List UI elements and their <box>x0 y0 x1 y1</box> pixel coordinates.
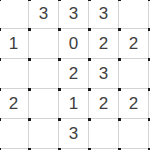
cell-r3c2[interactable]: 1 <box>59 89 88 118</box>
lattice-dot <box>118 28 121 31</box>
lattice-dot <box>28 118 31 121</box>
lattice-dot <box>118 58 121 61</box>
lattice-dot <box>118 148 121 150</box>
cell-r3c0[interactable]: 2 <box>0 89 28 118</box>
clue-number: 2 <box>9 95 18 112</box>
lattice-dot <box>0 0 1 1</box>
slitherlink-board: 33310222321223 <box>0 0 149 149</box>
clue-number: 1 <box>9 35 18 52</box>
lattice-dot <box>118 88 121 91</box>
clue-number: 3 <box>69 125 78 142</box>
cell-r4c4[interactable] <box>119 119 148 148</box>
cell-r0c2[interactable]: 3 <box>59 0 88 28</box>
cell-r4c1[interactable] <box>29 119 58 148</box>
lattice-dot <box>58 28 61 31</box>
cell-r3c4[interactable]: 2 <box>119 89 148 118</box>
lattice-dot <box>88 28 91 31</box>
lattice-dot <box>58 0 61 1</box>
cell-r2c3[interactable]: 3 <box>89 59 118 88</box>
lattice-dot <box>118 118 121 121</box>
clue-number: 2 <box>99 35 108 52</box>
lattice-dot <box>58 88 61 91</box>
clue-number: 3 <box>69 5 78 22</box>
cell-r2c1[interactable] <box>29 59 58 88</box>
cell-r1c4[interactable]: 2 <box>119 29 148 58</box>
cell-r0c4[interactable] <box>119 0 148 28</box>
clue-number: 3 <box>99 5 108 22</box>
clue-number: 2 <box>99 95 108 112</box>
lattice-dot <box>148 28 150 31</box>
lattice-dot <box>28 148 31 150</box>
cell-r4c0[interactable] <box>0 119 28 148</box>
lattice-dot <box>148 148 150 150</box>
lattice-dot <box>148 118 150 121</box>
cell-r4c3[interactable] <box>89 119 118 148</box>
clue-number: 0 <box>69 35 78 52</box>
clue-number: 3 <box>99 65 108 82</box>
cell-r0c1[interactable]: 3 <box>29 0 58 28</box>
lattice-dot <box>88 58 91 61</box>
lattice-dot <box>118 0 121 1</box>
cell-r2c2[interactable]: 2 <box>59 59 88 88</box>
lattice-dot <box>0 118 1 121</box>
cell-r3c1[interactable] <box>29 89 58 118</box>
cell-r1c1[interactable] <box>29 29 58 58</box>
cell-r1c3[interactable]: 2 <box>89 29 118 58</box>
lattice-dot <box>88 0 91 1</box>
lattice-dot <box>148 0 150 1</box>
cell-r1c0[interactable]: 1 <box>0 29 28 58</box>
lattice-dot <box>0 88 1 91</box>
lattice-dot <box>28 0 31 1</box>
lattice-dot <box>148 88 150 91</box>
lattice-dot <box>58 58 61 61</box>
clue-number: 3 <box>39 5 48 22</box>
lattice-dot <box>58 118 61 121</box>
cell-r1c2[interactable]: 0 <box>59 29 88 58</box>
cell-r2c4[interactable] <box>119 59 148 88</box>
cell-r0c0[interactable] <box>0 0 28 28</box>
lattice-dot <box>0 148 1 150</box>
clue-number: 2 <box>129 95 138 112</box>
lattice-dot <box>148 58 150 61</box>
lattice-dot <box>0 58 1 61</box>
cell-r3c3[interactable]: 2 <box>89 89 118 118</box>
clue-number: 1 <box>69 95 78 112</box>
lattice-dot <box>88 148 91 150</box>
lattice-dot <box>88 88 91 91</box>
cell-r0c3[interactable]: 3 <box>89 0 118 28</box>
clue-number: 2 <box>69 65 78 82</box>
lattice-dot <box>88 118 91 121</box>
cell-r4c2[interactable]: 3 <box>59 119 88 148</box>
clue-number: 2 <box>129 35 138 52</box>
lattice-dot <box>28 88 31 91</box>
lattice-dot <box>58 148 61 150</box>
lattice-dot <box>28 28 31 31</box>
lattice-dot <box>0 28 1 31</box>
lattice-dot <box>28 58 31 61</box>
cell-r2c0[interactable] <box>0 59 28 88</box>
